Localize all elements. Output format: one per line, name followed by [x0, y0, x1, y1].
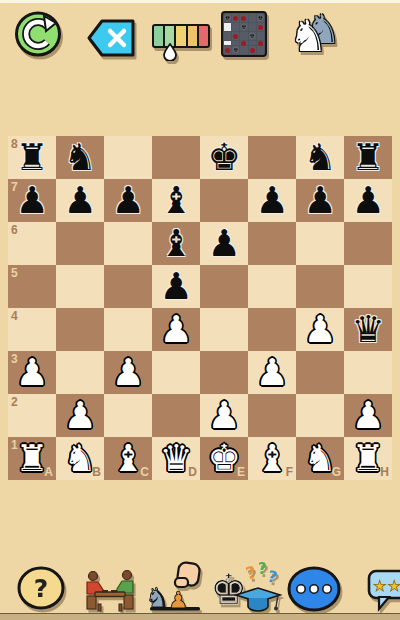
- mini-board-cell: ♚: [232, 46, 239, 54]
- mini-board-cell: [224, 32, 231, 40]
- chat-dots-icon: [287, 566, 341, 612]
- square-h1[interactable]: H♜: [344, 437, 392, 480]
- square-c1[interactable]: C♝: [104, 437, 152, 480]
- file-label-H: H: [380, 465, 389, 479]
- hand-piece-icon: ♞ ♟: [143, 561, 205, 613]
- file-label-E: E: [237, 465, 245, 479]
- mini-board-cell: [240, 41, 247, 45]
- rate-button[interactable]: ★★★★★: [367, 568, 400, 614]
- square-a5[interactable]: 5: [8, 265, 56, 308]
- mini-board-cell: [240, 46, 247, 54]
- piece-white-pawn: ♟: [56, 394, 104, 437]
- square-a6[interactable]: 6: [8, 222, 56, 265]
- square-e1[interactable]: E♚: [200, 437, 248, 480]
- players-table-icon: [82, 566, 138, 612]
- square-e4[interactable]: [200, 308, 248, 351]
- mini-board-cell: [257, 41, 264, 45]
- square-h3[interactable]: [344, 351, 392, 394]
- file-label-A: A: [44, 465, 53, 479]
- square-f4[interactable]: [248, 308, 296, 351]
- piece-white-pawn: ♟: [104, 351, 152, 394]
- mini-board-cell: [249, 14, 256, 22]
- mini-board-cell: ♚: [240, 23, 247, 31]
- square-c8[interactable]: [104, 136, 152, 179]
- evaluation-meter-button[interactable]: [152, 24, 212, 60]
- stars-bubble-icon: ★★★★★: [367, 568, 400, 614]
- rank-label-8: 8: [11, 137, 18, 151]
- help-glyph: ?: [34, 574, 49, 603]
- piece-black-knight: ♞: [296, 136, 344, 179]
- chess-app: ♚♚♚♚♚ ♞ ♞ 8♜♞♚♞♜7♟♟♟♝♟♟♟6♝♟5♟4♟♟♛3♟♟♟2♟♟…: [0, 0, 400, 620]
- mini-board-cell: [257, 46, 264, 54]
- square-a3[interactable]: 3♟: [8, 351, 56, 394]
- mini-board-cell: [249, 46, 256, 54]
- mini-board-cell: [232, 32, 239, 40]
- square-c4[interactable]: [104, 308, 152, 351]
- square-h8[interactable]: ♜: [344, 136, 392, 179]
- piece-black-pawn: ♟: [248, 179, 296, 222]
- square-f3[interactable]: ♟: [248, 351, 296, 394]
- piece-black-king: ♚: [200, 136, 248, 179]
- king-graduation-icon: ♚ ? ? ?: [210, 559, 282, 615]
- rank-label-3: 3: [11, 352, 18, 366]
- piece-black-pawn: ♟: [344, 179, 392, 222]
- square-d1[interactable]: D♛: [152, 437, 200, 480]
- help-button[interactable]: ?: [17, 566, 65, 610]
- mini-board-icon: ♚♚♚♚♚: [221, 11, 267, 57]
- file-label-B: B: [92, 465, 101, 479]
- mini-board-cell: [232, 14, 239, 22]
- backspace-icon: [86, 17, 138, 59]
- two-players-button[interactable]: [82, 566, 138, 612]
- question-circle-icon: ?: [17, 566, 65, 610]
- square-c7[interactable]: ♟: [104, 179, 152, 222]
- restart-button[interactable]: [14, 10, 62, 58]
- mini-board-cell: [249, 41, 256, 45]
- square-f8[interactable]: [248, 136, 296, 179]
- bottom-edge-strip: [0, 613, 400, 620]
- meter-segment: [188, 26, 197, 46]
- square-c3[interactable]: ♟: [104, 351, 152, 394]
- square-d4[interactable]: ♟: [152, 308, 200, 351]
- meter-drop-icon: [163, 43, 177, 61]
- piece-black-pawn: ♟: [104, 179, 152, 222]
- square-d8[interactable]: [152, 136, 200, 179]
- svg-text:♞: ♞: [145, 582, 169, 613]
- file-label-F: F: [286, 465, 293, 479]
- square-h7[interactable]: ♟: [344, 179, 392, 222]
- mini-board-cell: ♚: [257, 14, 264, 22]
- svg-text:?: ?: [266, 567, 279, 588]
- meter-bar-icon: [152, 24, 210, 48]
- rate-stars: ★★★★★: [373, 577, 400, 595]
- square-b8[interactable]: ♞: [56, 136, 104, 179]
- square-a7[interactable]: 7♟: [8, 179, 56, 222]
- square-b1[interactable]: B♞: [56, 437, 104, 480]
- square-g7[interactable]: ♟: [296, 179, 344, 222]
- square-d3[interactable]: [152, 351, 200, 394]
- restart-icon: [14, 10, 62, 58]
- mini-board-cell: [257, 23, 264, 31]
- square-g3[interactable]: [296, 351, 344, 394]
- square-b7[interactable]: ♟: [56, 179, 104, 222]
- piece-white-pawn: ♟: [344, 394, 392, 437]
- piece-black-pawn: ♟: [152, 265, 200, 308]
- square-f1[interactable]: F♝: [248, 437, 296, 480]
- square-e6[interactable]: ♟: [200, 222, 248, 265]
- mini-board-cell: [224, 41, 231, 45]
- mini-board-cell: [240, 32, 247, 40]
- rank-label-7: 7: [11, 180, 18, 194]
- meter-segment: [154, 26, 163, 46]
- square-d7[interactable]: ♝: [152, 179, 200, 222]
- square-b2[interactable]: ♟: [56, 394, 104, 437]
- piece-white-pawn: ♟: [296, 308, 344, 351]
- knight-front-icon: ♞: [289, 15, 328, 58]
- rank-label-1: 1: [11, 438, 18, 452]
- square-c6[interactable]: [104, 222, 152, 265]
- square-f6[interactable]: [248, 222, 296, 265]
- piece-white-pawn: ♟: [152, 308, 200, 351]
- rank-label-4: 4: [11, 309, 18, 323]
- piece-black-bishop: ♝: [152, 222, 200, 265]
- svg-text:♟: ♟: [168, 587, 189, 613]
- square-h5[interactable]: [344, 265, 392, 308]
- piece-black-pawn: ♟: [296, 179, 344, 222]
- chess-board: 8♜♞♚♞♜7♟♟♟♝♟♟♟6♝♟5♟4♟♟♛3♟♟♟2♟♟♟1A♜B♞C♝D♛…: [8, 136, 392, 480]
- square-g6[interactable]: [296, 222, 344, 265]
- square-a2[interactable]: 2: [8, 394, 56, 437]
- square-g5[interactable]: [296, 265, 344, 308]
- square-f7[interactable]: ♟: [248, 179, 296, 222]
- file-label-C: C: [140, 465, 149, 479]
- square-e2[interactable]: ♟: [200, 394, 248, 437]
- square-g8[interactable]: ♞: [296, 136, 344, 179]
- learn-button[interactable]: ♚ ? ? ?: [210, 559, 282, 615]
- rank-label-6: 6: [11, 223, 18, 237]
- pieces-button[interactable]: ♞ ♞: [291, 8, 347, 62]
- square-b3[interactable]: [56, 351, 104, 394]
- board-editor-button[interactable]: ♞ ♟: [143, 561, 205, 613]
- piece-black-pawn: ♟: [56, 179, 104, 222]
- square-a1[interactable]: 1A♜: [8, 437, 56, 480]
- square-c5[interactable]: [104, 265, 152, 308]
- piece-white-pawn: ♟: [248, 351, 296, 394]
- square-a4[interactable]: 4: [8, 308, 56, 351]
- position-map-button[interactable]: ♚♚♚♚♚: [221, 11, 267, 57]
- piece-black-queen: ♛: [344, 308, 392, 351]
- mini-board-cell: [240, 14, 247, 22]
- piece-black-pawn: ♟: [200, 222, 248, 265]
- rank-label-5: 5: [11, 266, 18, 280]
- piece-white-pawn: ♟: [200, 394, 248, 437]
- square-e3[interactable]: [200, 351, 248, 394]
- square-e7[interactable]: [200, 179, 248, 222]
- square-h2[interactable]: ♟: [344, 394, 392, 437]
- meter-segment: [199, 26, 208, 46]
- square-d5[interactable]: ♟: [152, 265, 200, 308]
- square-h4[interactable]: ♛: [344, 308, 392, 351]
- chat-button[interactable]: [287, 566, 341, 612]
- square-b6[interactable]: [56, 222, 104, 265]
- piece-black-bishop: ♝: [152, 179, 200, 222]
- square-a8[interactable]: 8♜: [8, 136, 56, 179]
- mini-board-cell: [257, 32, 264, 40]
- meter-segment: [176, 26, 185, 46]
- square-h6[interactable]: [344, 222, 392, 265]
- square-f2[interactable]: [248, 394, 296, 437]
- mini-board-cell: ♚: [249, 32, 256, 40]
- mini-board-cell: [232, 41, 239, 45]
- svg-text:♚: ♚: [210, 565, 248, 614]
- square-d6[interactable]: ♝: [152, 222, 200, 265]
- file-label-D: D: [188, 465, 197, 479]
- undo-button[interactable]: [86, 17, 138, 59]
- mini-board-cell: [224, 23, 231, 31]
- square-g2[interactable]: [296, 394, 344, 437]
- piece-black-knight: ♞: [56, 136, 104, 179]
- two-knights-icon: ♞ ♞: [291, 8, 347, 62]
- square-e8[interactable]: ♚: [200, 136, 248, 179]
- rank-label-2: 2: [11, 395, 18, 409]
- square-e5[interactable]: [200, 265, 248, 308]
- mini-board-cell: [232, 23, 239, 31]
- board-top-separator: [0, 0, 400, 3]
- square-d2[interactable]: [152, 394, 200, 437]
- mini-board-cell: ♚: [224, 14, 231, 22]
- mini-board-cell: [249, 23, 256, 31]
- svg-text:?: ?: [258, 560, 267, 578]
- mini-board-cell: [224, 46, 231, 54]
- square-g4[interactable]: ♟: [296, 308, 344, 351]
- square-c2[interactable]: [104, 394, 152, 437]
- file-label-G: G: [332, 465, 341, 479]
- piece-black-rook: ♜: [344, 136, 392, 179]
- square-g1[interactable]: G♞: [296, 437, 344, 480]
- square-f5[interactable]: [248, 265, 296, 308]
- square-b4[interactable]: [56, 308, 104, 351]
- square-b5[interactable]: [56, 265, 104, 308]
